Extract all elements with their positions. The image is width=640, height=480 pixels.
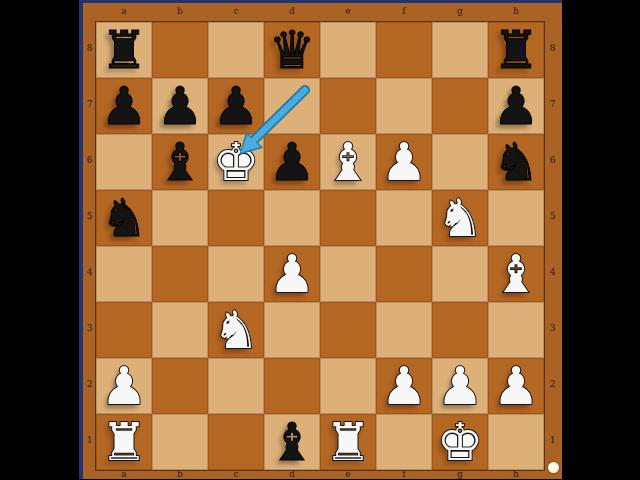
square-e1[interactable]: ♜ (320, 414, 376, 470)
file-label-top-h: h (488, 6, 544, 16)
square-g7[interactable] (432, 78, 488, 134)
black-knight[interactable]: ♞ (488, 134, 544, 190)
black-pawn[interactable]: ♟ (264, 134, 320, 190)
white-pawn[interactable]: ♟ (488, 358, 544, 414)
file-label-top-g: g (432, 6, 488, 16)
black-pawn[interactable]: ♟ (96, 78, 152, 134)
white-knight[interactable]: ♞ (208, 302, 264, 358)
file-label-top-d: d (264, 6, 320, 16)
black-pawn[interactable]: ♟ (152, 78, 208, 134)
chess-board: ♜♛♜♟♟♟♟♝♚♟♝♟♞♞♞♟♝♞♟♟♟♟♜♝♜♚ (96, 22, 544, 470)
rank-label-left-5: 5 (83, 211, 96, 221)
file-label-top-f: f (376, 6, 432, 16)
square-c2[interactable] (208, 358, 264, 414)
square-d6[interactable]: ♟ (264, 134, 320, 190)
square-b4[interactable] (152, 246, 208, 302)
square-a4[interactable] (96, 246, 152, 302)
square-a5[interactable]: ♞ (96, 190, 152, 246)
black-rook[interactable]: ♜ (488, 22, 544, 78)
file-label-bottom-f: f (376, 469, 432, 479)
square-b7[interactable]: ♟ (152, 78, 208, 134)
square-h1[interactable] (488, 414, 544, 470)
rank-label-left-7: 7 (83, 99, 96, 109)
rank-label-right-4: 4 (546, 267, 559, 277)
square-g8[interactable] (432, 22, 488, 78)
rank-label-right-7: 7 (546, 99, 559, 109)
square-c3[interactable]: ♞ (208, 302, 264, 358)
square-e6[interactable]: ♝ (320, 134, 376, 190)
square-b2[interactable] (152, 358, 208, 414)
rank-label-right-8: 8 (546, 43, 559, 53)
square-d2[interactable] (264, 358, 320, 414)
square-a2[interactable]: ♟ (96, 358, 152, 414)
rank-label-right-2: 2 (546, 379, 559, 389)
side-to-move-indicator (548, 462, 559, 473)
square-e4[interactable] (320, 246, 376, 302)
square-c5[interactable] (208, 190, 264, 246)
file-label-bottom-h: h (488, 469, 544, 479)
white-king[interactable]: ♚ (432, 414, 488, 470)
file-label-top-b: b (152, 6, 208, 16)
square-d3[interactable] (264, 302, 320, 358)
rank-label-left-6: 6 (83, 155, 96, 165)
square-f8[interactable] (376, 22, 432, 78)
file-label-bottom-c: c (208, 469, 264, 479)
rank-label-right-1: 1 (546, 435, 559, 445)
file-label-bottom-a: a (96, 469, 152, 479)
square-h5[interactable] (488, 190, 544, 246)
white-knight[interactable]: ♞ (432, 190, 488, 246)
square-h4[interactable]: ♝ (488, 246, 544, 302)
square-f1[interactable] (376, 414, 432, 470)
square-h7[interactable]: ♟ (488, 78, 544, 134)
square-b1[interactable] (152, 414, 208, 470)
square-h8[interactable]: ♜ (488, 22, 544, 78)
square-c6[interactable]: ♚ (208, 134, 264, 190)
file-label-bottom-g: g (432, 469, 488, 479)
square-h3[interactable] (488, 302, 544, 358)
square-f2[interactable]: ♟ (376, 358, 432, 414)
white-pawn[interactable]: ♟ (96, 358, 152, 414)
rank-label-left-4: 4 (83, 267, 96, 277)
square-f4[interactable] (376, 246, 432, 302)
square-c8[interactable] (208, 22, 264, 78)
white-bishop[interactable]: ♝ (320, 134, 376, 190)
square-g2[interactable]: ♟ (432, 358, 488, 414)
square-d5[interactable] (264, 190, 320, 246)
rank-label-left-2: 2 (83, 379, 96, 389)
white-pawn[interactable]: ♟ (376, 134, 432, 190)
square-c4[interactable] (208, 246, 264, 302)
square-e3[interactable] (320, 302, 376, 358)
square-e7[interactable] (320, 78, 376, 134)
square-g6[interactable] (432, 134, 488, 190)
square-a7[interactable]: ♟ (96, 78, 152, 134)
square-f5[interactable] (376, 190, 432, 246)
square-a3[interactable] (96, 302, 152, 358)
file-label-top-e: e (320, 6, 376, 16)
square-b8[interactable] (152, 22, 208, 78)
square-g5[interactable]: ♞ (432, 190, 488, 246)
square-a1[interactable]: ♜ (96, 414, 152, 470)
square-e2[interactable] (320, 358, 376, 414)
file-label-top-c: c (208, 6, 264, 16)
rank-label-left-1: 1 (83, 435, 96, 445)
square-h2[interactable]: ♟ (488, 358, 544, 414)
white-rook[interactable]: ♜ (96, 414, 152, 470)
square-d8[interactable]: ♛ (264, 22, 320, 78)
square-f6[interactable]: ♟ (376, 134, 432, 190)
rank-label-left-8: 8 (83, 43, 96, 53)
square-c1[interactable] (208, 414, 264, 470)
square-d1[interactable]: ♝ (264, 414, 320, 470)
white-rook[interactable]: ♜ (320, 414, 376, 470)
black-pawn[interactable]: ♟ (208, 78, 264, 134)
square-a6[interactable] (96, 134, 152, 190)
square-b3[interactable] (152, 302, 208, 358)
file-label-bottom-d: d (264, 469, 320, 479)
square-g3[interactable] (432, 302, 488, 358)
square-c7[interactable]: ♟ (208, 78, 264, 134)
rank-label-right-6: 6 (546, 155, 559, 165)
square-a8[interactable]: ♜ (96, 22, 152, 78)
white-pawn[interactable]: ♟ (432, 358, 488, 414)
square-e5[interactable] (320, 190, 376, 246)
rank-label-left-3: 3 (83, 323, 96, 333)
black-bishop[interactable]: ♝ (152, 134, 208, 190)
file-label-bottom-e: e (320, 469, 376, 479)
square-b5[interactable] (152, 190, 208, 246)
rank-label-right-3: 3 (546, 323, 559, 333)
square-h6[interactable]: ♞ (488, 134, 544, 190)
black-rook[interactable]: ♜ (96, 22, 152, 78)
black-pawn[interactable]: ♟ (488, 78, 544, 134)
rank-label-right-5: 5 (546, 211, 559, 221)
black-bishop[interactable]: ♝ (264, 414, 320, 470)
square-e8[interactable] (320, 22, 376, 78)
square-g1[interactable]: ♚ (432, 414, 488, 470)
square-f3[interactable] (376, 302, 432, 358)
square-f7[interactable] (376, 78, 432, 134)
white-pawn[interactable]: ♟ (376, 358, 432, 414)
file-label-bottom-b: b (152, 469, 208, 479)
square-g4[interactable] (432, 246, 488, 302)
white-bishop[interactable]: ♝ (488, 246, 544, 302)
square-d7[interactable] (264, 78, 320, 134)
black-knight[interactable]: ♞ (96, 190, 152, 246)
black-queen[interactable]: ♛ (264, 22, 320, 78)
square-b6[interactable]: ♝ (152, 134, 208, 190)
square-d4[interactable]: ♟ (264, 246, 320, 302)
file-label-top-a: a (96, 6, 152, 16)
white-king[interactable]: ♚ (208, 134, 264, 190)
white-pawn[interactable]: ♟ (264, 246, 320, 302)
